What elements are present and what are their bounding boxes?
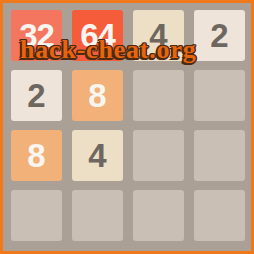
tile-r3c1 bbox=[72, 190, 123, 241]
tile-r0c2: 4 bbox=[133, 10, 184, 61]
tile-r2c3 bbox=[194, 130, 245, 181]
tile-r3c2 bbox=[133, 190, 184, 241]
tile-r3c0 bbox=[11, 190, 62, 241]
tile-r2c0: 8 bbox=[11, 130, 62, 181]
tile-r0c0: 32 bbox=[11, 10, 62, 61]
game-board[interactable]: 32 64 4 2 2 8 8 4 bbox=[11, 10, 245, 241]
tile-r2c2 bbox=[133, 130, 184, 181]
tile-r1c2 bbox=[133, 70, 184, 121]
tile-r1c0: 2 bbox=[11, 70, 62, 121]
tile-r1c1: 8 bbox=[72, 70, 123, 121]
tile-r1c3 bbox=[194, 70, 245, 121]
tile-r3c3 bbox=[194, 190, 245, 241]
tile-r2c1: 4 bbox=[72, 130, 123, 181]
tile-r0c1: 64 bbox=[72, 10, 123, 61]
game-window: 32 64 4 2 2 8 8 4 hack-cheat.org bbox=[0, 0, 254, 254]
tile-r0c3: 2 bbox=[194, 10, 245, 61]
